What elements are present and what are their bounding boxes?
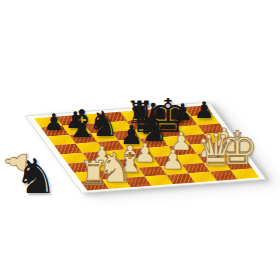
black-bishop: ♝	[65, 105, 99, 143]
white-pawn: ♟	[161, 146, 185, 173]
black-pawn: ♟	[43, 111, 64, 134]
white-rook: ♜	[78, 156, 108, 190]
black-pawn: ♟	[194, 100, 215, 123]
chess-set-photo: ♟♟♜♟♟♝♞♛♚♟♞♟♟♟♟♟♟♝♟♛♚♜♞♞♟	[0, 0, 280, 280]
black-knight-off-board: ♞	[14, 152, 57, 200]
white-queen: ♛	[196, 128, 235, 172]
